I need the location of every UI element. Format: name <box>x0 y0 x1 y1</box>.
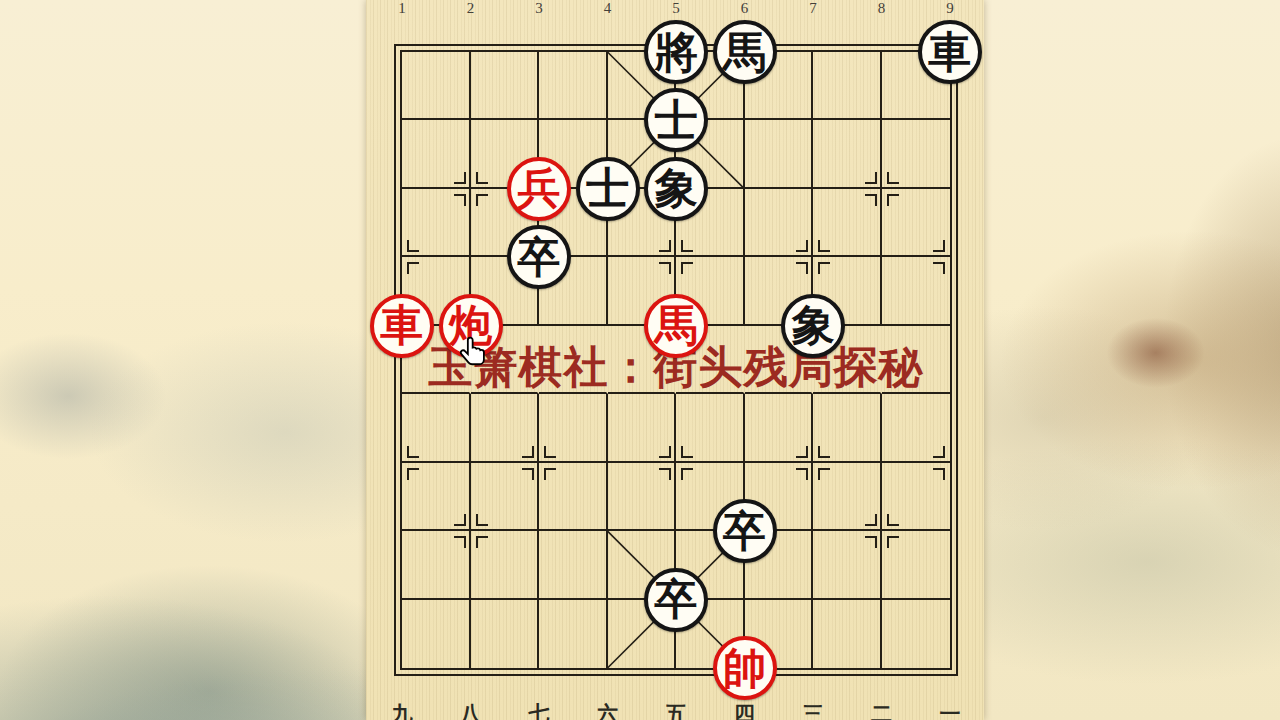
piece-black-士[interactable]: 士 <box>576 157 640 221</box>
position-marker <box>818 262 830 274</box>
piece-red-兵[interactable]: 兵 <box>507 157 571 221</box>
piece-label: 士 <box>655 99 698 142</box>
piece-label: 將 <box>655 31 698 74</box>
position-marker <box>865 194 877 206</box>
position-marker <box>407 446 419 458</box>
position-marker <box>933 468 945 480</box>
piece-black-士[interactable]: 士 <box>644 88 708 152</box>
position-marker <box>818 468 830 480</box>
position-marker <box>407 468 419 480</box>
file-number-bottom: 九 <box>392 700 413 720</box>
position-marker <box>887 536 899 548</box>
file-number-bottom: 二 <box>871 700 892 720</box>
position-marker <box>659 446 671 458</box>
position-marker <box>407 240 419 252</box>
background-painting-right <box>984 0 1280 720</box>
piece-red-帥[interactable]: 帥 <box>713 636 777 700</box>
position-marker <box>544 446 556 458</box>
position-marker <box>865 514 877 526</box>
position-marker <box>454 514 466 526</box>
position-marker <box>659 240 671 252</box>
piece-black-卒[interactable]: 卒 <box>644 568 708 632</box>
position-marker <box>933 262 945 274</box>
position-marker <box>796 446 808 458</box>
position-marker <box>681 262 693 274</box>
file-number-top: 2 <box>467 0 475 17</box>
mouse-cursor-hand-icon <box>456 333 492 373</box>
file-number-top: 6 <box>741 0 749 17</box>
piece-black-卒[interactable]: 卒 <box>507 225 571 289</box>
position-marker <box>818 446 830 458</box>
file-number-top: 3 <box>535 0 543 17</box>
position-marker <box>454 172 466 184</box>
file-number-top: 4 <box>604 0 612 17</box>
file-number-bottom: 七 <box>529 700 550 720</box>
piece-black-象[interactable]: 象 <box>781 294 845 358</box>
file-number-top: 9 <box>946 0 954 17</box>
piece-black-車[interactable]: 車 <box>918 20 982 84</box>
piece-label: 帥 <box>723 647 766 690</box>
position-marker <box>476 514 488 526</box>
piece-label: 卒 <box>655 578 698 621</box>
position-marker <box>476 536 488 548</box>
piece-label: 車 <box>381 304 424 347</box>
piece-label: 馬 <box>655 304 698 347</box>
position-marker <box>796 240 808 252</box>
position-marker <box>659 262 671 274</box>
piece-label: 兵 <box>518 167 561 210</box>
position-marker <box>796 262 808 274</box>
file-number-bottom: 四 <box>734 700 755 720</box>
piece-black-將[interactable]: 將 <box>644 20 708 84</box>
position-marker <box>933 446 945 458</box>
file-number-bottom: 五 <box>666 700 687 720</box>
file-number-bottom: 一 <box>940 700 961 720</box>
piece-label: 馬 <box>723 31 766 74</box>
file-numbers-bottom: 九八七六五四三二一 <box>402 700 950 720</box>
file-number-top: 8 <box>878 0 886 17</box>
file-number-bottom: 六 <box>597 700 618 720</box>
position-marker <box>887 172 899 184</box>
position-marker <box>887 514 899 526</box>
position-marker <box>407 262 419 274</box>
piece-black-馬[interactable]: 馬 <box>713 20 777 84</box>
position-marker <box>681 240 693 252</box>
file-number-top: 1 <box>398 0 406 17</box>
piece-red-車[interactable]: 車 <box>370 294 434 358</box>
piece-black-象[interactable]: 象 <box>644 157 708 221</box>
piece-label: 象 <box>655 167 698 210</box>
piece-label: 象 <box>792 304 835 347</box>
position-marker <box>818 240 830 252</box>
position-marker <box>796 468 808 480</box>
position-marker <box>659 468 671 480</box>
position-marker <box>454 536 466 548</box>
position-marker <box>681 468 693 480</box>
piece-red-馬[interactable]: 馬 <box>644 294 708 358</box>
file-number-top: 7 <box>809 0 817 17</box>
position-marker <box>454 194 466 206</box>
position-marker <box>865 536 877 548</box>
position-marker <box>476 194 488 206</box>
piece-label: 車 <box>929 31 972 74</box>
position-marker <box>476 172 488 184</box>
file-number-bottom: 三 <box>803 700 824 720</box>
position-marker <box>865 172 877 184</box>
position-marker <box>522 468 534 480</box>
position-marker <box>544 468 556 480</box>
position-marker <box>681 446 693 458</box>
file-numbers-top: 123456789 <box>402 0 950 18</box>
background-painting-left <box>0 0 380 720</box>
position-marker <box>887 194 899 206</box>
piece-label: 士 <box>586 167 629 210</box>
piece-label: 卒 <box>723 510 766 553</box>
piece-label: 卒 <box>518 236 561 279</box>
position-marker <box>933 240 945 252</box>
file-number-top: 5 <box>672 0 680 17</box>
position-marker <box>522 446 534 458</box>
file-number-bottom: 八 <box>460 700 481 720</box>
piece-black-卒[interactable]: 卒 <box>713 499 777 563</box>
